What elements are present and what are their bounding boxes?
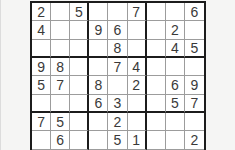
cell-r5c3 bbox=[70, 76, 89, 94]
cell-r1c5 bbox=[108, 3, 127, 21]
sudoku-board: 25764962845987457826963577526512 bbox=[30, 1, 206, 150]
cell-r4c4 bbox=[89, 58, 108, 76]
cell-r1c4 bbox=[89, 3, 108, 21]
cell-r4c8 bbox=[166, 58, 185, 76]
cell-r4c7 bbox=[147, 58, 166, 76]
cell-r7c6 bbox=[128, 113, 147, 131]
cell-r3c1 bbox=[32, 40, 51, 58]
cell-r4c9 bbox=[185, 58, 204, 76]
cell-r2c9 bbox=[185, 21, 204, 39]
cell-r2c3 bbox=[70, 21, 89, 39]
cell-r7c9 bbox=[185, 113, 204, 131]
cell-r5c5 bbox=[108, 76, 127, 94]
cell-r4c5: 7 bbox=[108, 58, 127, 76]
cell-r2c2 bbox=[51, 21, 70, 39]
cell-r7c8 bbox=[166, 113, 185, 131]
cell-r8c7 bbox=[147, 131, 166, 149]
cell-r1c9: 6 bbox=[185, 3, 204, 21]
cell-r2c5: 6 bbox=[108, 21, 127, 39]
cell-r7c7 bbox=[147, 113, 166, 131]
cell-r2c4: 9 bbox=[89, 21, 108, 39]
cell-r5c6: 2 bbox=[128, 76, 147, 94]
cell-r7c5: 2 bbox=[108, 113, 127, 131]
page-edge-line bbox=[0, 0, 1, 150]
cell-r1c6: 7 bbox=[128, 3, 147, 21]
cell-r4c2: 8 bbox=[51, 58, 70, 76]
cell-r8c2: 6 bbox=[51, 131, 70, 149]
cell-r7c4 bbox=[89, 113, 108, 131]
cell-r6c3 bbox=[70, 95, 89, 113]
cell-r6c4: 6 bbox=[89, 95, 108, 113]
cell-r3c6 bbox=[128, 40, 147, 58]
cell-r8c5: 5 bbox=[108, 131, 127, 149]
cell-r8c9: 2 bbox=[185, 131, 204, 149]
cell-r5c2: 7 bbox=[51, 76, 70, 94]
cell-r3c7 bbox=[147, 40, 166, 58]
cell-r4c1: 9 bbox=[32, 58, 51, 76]
cell-r4c6: 4 bbox=[128, 58, 147, 76]
cell-r1c8 bbox=[166, 3, 185, 21]
cell-r3c2 bbox=[51, 40, 70, 58]
cell-r8c4 bbox=[89, 131, 108, 149]
cell-r3c9: 5 bbox=[185, 40, 204, 58]
cell-r5c7 bbox=[147, 76, 166, 94]
cell-r6c7 bbox=[147, 95, 166, 113]
cell-r8c8 bbox=[166, 131, 185, 149]
cell-r3c5: 8 bbox=[108, 40, 127, 58]
cell-r1c2 bbox=[51, 3, 70, 21]
cell-r6c6 bbox=[128, 95, 147, 113]
cell-r4c3 bbox=[70, 58, 89, 76]
cell-r5c9: 9 bbox=[185, 76, 204, 94]
cell-r6c2 bbox=[51, 95, 70, 113]
cell-r8c3 bbox=[70, 131, 89, 149]
cell-r2c8: 2 bbox=[166, 21, 185, 39]
cell-r1c1: 2 bbox=[32, 3, 51, 21]
cell-r3c3 bbox=[70, 40, 89, 58]
cell-r6c1 bbox=[32, 95, 51, 113]
cell-r6c9: 7 bbox=[185, 95, 204, 113]
cell-r5c4: 8 bbox=[89, 76, 108, 94]
cell-r7c1: 7 bbox=[32, 113, 51, 131]
cell-r8c1 bbox=[32, 131, 51, 149]
cell-r5c8: 6 bbox=[166, 76, 185, 94]
cell-r3c4 bbox=[89, 40, 108, 58]
cell-r5c1: 5 bbox=[32, 76, 51, 94]
cell-r6c8: 5 bbox=[166, 95, 185, 113]
page: { "game": "sudoku", "page": { "backgroun… bbox=[0, 0, 235, 150]
cell-r1c3: 5 bbox=[70, 3, 89, 21]
cell-r7c2: 5 bbox=[51, 113, 70, 131]
cell-r2c6 bbox=[128, 21, 147, 39]
cell-r3c8: 4 bbox=[166, 40, 185, 58]
cell-r7c3 bbox=[70, 113, 89, 131]
cell-r8c6: 1 bbox=[128, 131, 147, 149]
cell-r2c7 bbox=[147, 21, 166, 39]
cell-r2c1: 4 bbox=[32, 21, 51, 39]
cell-r1c7 bbox=[147, 3, 166, 21]
cell-r6c5: 3 bbox=[108, 95, 127, 113]
